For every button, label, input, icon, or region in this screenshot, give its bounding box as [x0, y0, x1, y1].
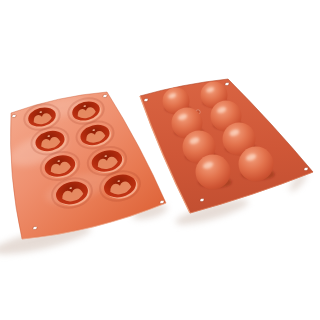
- product-photo: [0, 0, 320, 320]
- baking-molds-scene: [0, 0, 320, 320]
- mold-dome: [239, 147, 274, 182]
- mold-dome: [196, 155, 231, 190]
- mold-dome-side: [140, 79, 313, 213]
